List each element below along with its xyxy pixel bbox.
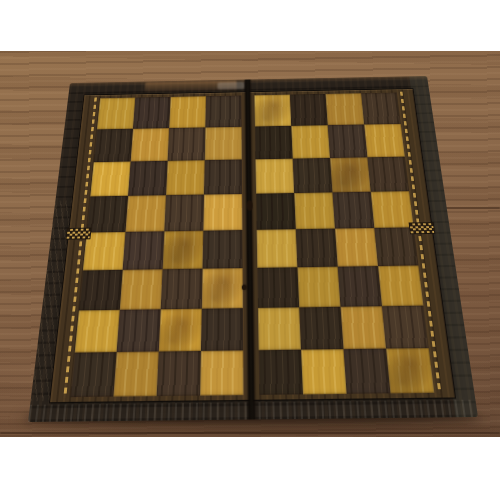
square-b8	[133, 97, 171, 129]
square-d3	[202, 268, 243, 309]
square-c1	[157, 351, 201, 396]
square-a8	[97, 98, 135, 130]
square-f4	[296, 229, 338, 268]
square-d4	[203, 230, 243, 269]
wear-dot	[242, 285, 247, 290]
square-f2	[299, 307, 343, 350]
square-c2	[159, 309, 202, 352]
square-b6	[128, 161, 168, 196]
square-d7	[205, 127, 242, 160]
square-h2	[382, 306, 429, 349]
square-b4	[123, 231, 165, 270]
square-f7	[291, 125, 330, 158]
square-f6	[293, 158, 333, 193]
square-b5	[125, 195, 166, 232]
square-h8	[361, 93, 401, 125]
square-c5	[164, 195, 204, 232]
square-e2	[258, 307, 301, 350]
square-e5	[256, 193, 296, 230]
chessboard	[28, 76, 478, 422]
square-e7	[255, 126, 293, 159]
square-h7	[364, 124, 405, 157]
square-g3	[338, 266, 382, 307]
square-d5	[203, 194, 242, 231]
square-h6	[367, 157, 409, 192]
square-b2	[117, 309, 161, 352]
square-f1	[301, 349, 347, 394]
square-g5	[332, 192, 374, 229]
square-e1	[259, 350, 303, 395]
square-f5	[294, 192, 335, 229]
square-c3	[161, 269, 203, 310]
square-f8	[290, 94, 328, 126]
square-g2	[341, 306, 387, 349]
left-leaf-grid	[70, 96, 243, 398]
square-e8	[254, 95, 291, 127]
square-c8	[169, 96, 206, 128]
square-a7	[94, 129, 133, 162]
square-d2	[201, 308, 243, 351]
square-c4	[163, 231, 204, 270]
square-a5	[87, 196, 128, 233]
square-b7	[131, 128, 170, 161]
frame-scuff-mark	[217, 82, 244, 90]
inlay-motif-left	[66, 228, 92, 240]
page: { "meta": { "scene_description": "Overhe…	[0, 0, 500, 500]
square-a1	[70, 352, 116, 397]
square-g6	[330, 157, 371, 192]
square-g7	[328, 125, 368, 158]
table-plank-line-bottom	[0, 432, 500, 434]
square-a3	[79, 270, 123, 311]
square-d8	[205, 96, 241, 128]
square-g4	[335, 228, 378, 267]
square-f3	[297, 267, 340, 308]
square-d1	[200, 350, 243, 395]
square-e3	[257, 267, 299, 308]
square-c6	[166, 160, 205, 195]
square-c7	[168, 127, 206, 160]
ink-blotch	[247, 200, 253, 210]
square-a2	[75, 310, 120, 353]
square-e6	[255, 159, 294, 194]
square-h1	[386, 348, 434, 393]
square-h5	[371, 191, 414, 228]
square-g8	[325, 93, 364, 125]
square-d6	[204, 160, 242, 195]
square-h3	[378, 265, 423, 306]
square-b3	[120, 269, 163, 310]
square-e4	[257, 229, 298, 268]
square-a6	[90, 161, 130, 196]
square-b1	[113, 351, 158, 396]
square-g1	[343, 349, 390, 394]
board-leaf-left	[50, 92, 249, 402]
inlay-motif-right	[409, 222, 436, 234]
